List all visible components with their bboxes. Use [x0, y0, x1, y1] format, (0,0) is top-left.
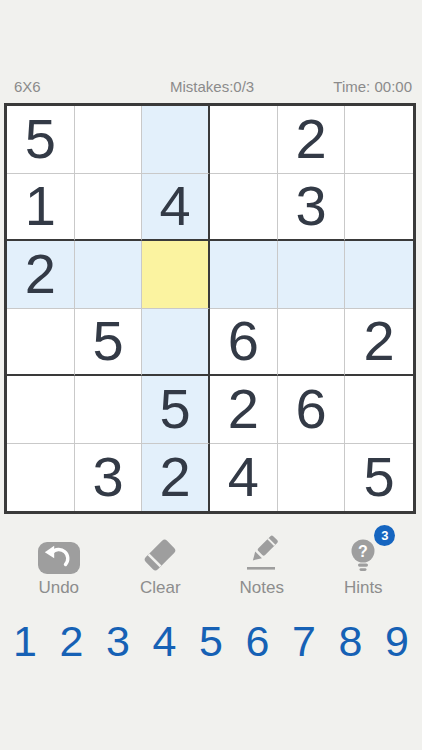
clear-label: Clear — [140, 578, 181, 598]
cell-r5c2[interactable] — [75, 376, 143, 444]
toolbar: Undo Clear Notes — [0, 533, 422, 598]
cell-r2c5[interactable]: 3 — [278, 174, 346, 242]
cell-r1c2[interactable] — [75, 106, 143, 174]
cell-r1c1[interactable]: 5 — [7, 106, 75, 174]
cell-r5c4[interactable]: 2 — [210, 376, 278, 444]
cell-r4c4[interactable]: 6 — [210, 309, 278, 377]
cell-r1c6[interactable] — [345, 106, 413, 174]
cell-r6c6[interactable]: 5 — [345, 444, 413, 512]
cell-r2c3[interactable]: 4 — [142, 174, 210, 242]
undo-button[interactable]: Undo — [13, 533, 105, 598]
numpad-1[interactable]: 1 — [13, 620, 37, 663]
cell-r3c3[interactable] — [142, 241, 210, 309]
cell-r2c4[interactable] — [210, 174, 278, 242]
notes-button[interactable]: Notes — [216, 533, 308, 598]
cell-r1c4[interactable] — [210, 106, 278, 174]
cell-r5c5[interactable]: 6 — [278, 376, 346, 444]
cell-r3c4[interactable] — [210, 241, 278, 309]
cell-r6c4[interactable]: 4 — [210, 444, 278, 512]
lightbulb-question-icon: ? 3 — [343, 533, 383, 575]
cell-r2c2[interactable] — [75, 174, 143, 242]
cell-r6c2[interactable]: 3 — [75, 444, 143, 512]
numpad-7[interactable]: 7 — [292, 620, 316, 663]
cell-r3c6[interactable] — [345, 241, 413, 309]
numpad-6[interactable]: 6 — [246, 620, 270, 663]
numpad-5[interactable]: 5 — [199, 620, 223, 663]
numpad-8[interactable]: 8 — [339, 620, 363, 663]
cell-r4c6[interactable]: 2 — [345, 309, 413, 377]
hints-button[interactable]: ? 3 Hints — [317, 533, 409, 598]
cell-r6c5[interactable] — [278, 444, 346, 512]
cell-r1c5[interactable]: 2 — [278, 106, 346, 174]
cell-r3c1[interactable]: 2 — [7, 241, 75, 309]
cell-r3c5[interactable] — [278, 241, 346, 309]
numpad-9[interactable]: 9 — [385, 620, 409, 663]
cell-r5c6[interactable] — [345, 376, 413, 444]
numpad-4[interactable]: 4 — [153, 620, 177, 663]
numpad-2[interactable]: 2 — [60, 620, 84, 663]
cell-r5c1[interactable] — [7, 376, 75, 444]
cell-r4c5[interactable] — [278, 309, 346, 377]
cell-r3c2[interactable] — [75, 241, 143, 309]
timer: Time: 00:00 — [333, 78, 412, 95]
undo-icon — [37, 533, 81, 575]
cell-r6c1[interactable] — [7, 444, 75, 512]
hints-label: Hints — [344, 578, 383, 598]
cell-r4c3[interactable] — [142, 309, 210, 377]
eraser-icon — [139, 533, 181, 575]
cell-r2c1[interactable]: 1 — [7, 174, 75, 242]
cell-r4c1[interactable] — [7, 309, 75, 377]
svg-text:?: ? — [358, 543, 368, 560]
mistakes-counter: Mistakes:0/3 — [170, 78, 254, 95]
numpad-3[interactable]: 3 — [106, 620, 130, 663]
sudoku-board[interactable]: 5214325625263245 — [4, 103, 416, 514]
cell-r2c6[interactable] — [345, 174, 413, 242]
clear-button[interactable]: Clear — [114, 533, 206, 598]
status-bar: 6X6 Mistakes:0/3 Time: 00:00 — [0, 78, 422, 98]
cell-r4c2[interactable]: 5 — [75, 309, 143, 377]
number-pad: 123456789 — [13, 620, 409, 663]
notes-label: Notes — [240, 578, 284, 598]
board-size-label: 6X6 — [14, 78, 41, 95]
cell-r1c3[interactable] — [142, 106, 210, 174]
pencil-icon — [241, 533, 283, 575]
cell-r6c3[interactable]: 2 — [142, 444, 210, 512]
cell-r5c3[interactable]: 5 — [142, 376, 210, 444]
undo-label: Undo — [38, 578, 79, 598]
hints-count-badge: 3 — [374, 525, 395, 546]
